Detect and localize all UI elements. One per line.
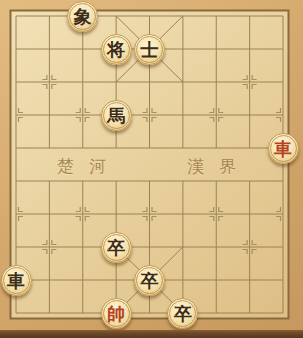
board-bottom-edge	[0, 330, 303, 338]
piece-glyph: 士	[141, 41, 159, 59]
piece-glyph: 将	[107, 41, 125, 59]
piece-glyph: 車	[7, 272, 25, 290]
black-soldier-2[interactable]: 卒	[134, 265, 165, 296]
piece-glyph: 卒	[141, 272, 159, 290]
black-general[interactable]: 将	[101, 34, 132, 65]
pieces-layer: 象将士馬車卒車卒帥卒	[0, 0, 303, 338]
xiangqi-board: 楚河 漢界 象将士馬車卒車卒帥卒	[0, 0, 303, 338]
piece-glyph: 卒	[107, 239, 125, 257]
red-chariot[interactable]: 車	[268, 133, 299, 164]
piece-glyph: 馬	[107, 107, 125, 125]
piece-glyph: 卒	[174, 305, 192, 323]
piece-glyph: 帥	[107, 305, 125, 323]
black-horse[interactable]: 馬	[101, 100, 132, 131]
piece-glyph: 象	[74, 8, 92, 26]
black-soldier-3[interactable]: 卒	[167, 298, 198, 329]
piece-glyph: 車	[274, 140, 292, 158]
red-general[interactable]: 帥	[101, 298, 132, 329]
black-advisor[interactable]: 士	[134, 34, 165, 65]
black-elephant[interactable]: 象	[67, 1, 98, 32]
black-soldier-1[interactable]: 卒	[101, 232, 132, 263]
black-chariot[interactable]: 車	[1, 265, 32, 296]
